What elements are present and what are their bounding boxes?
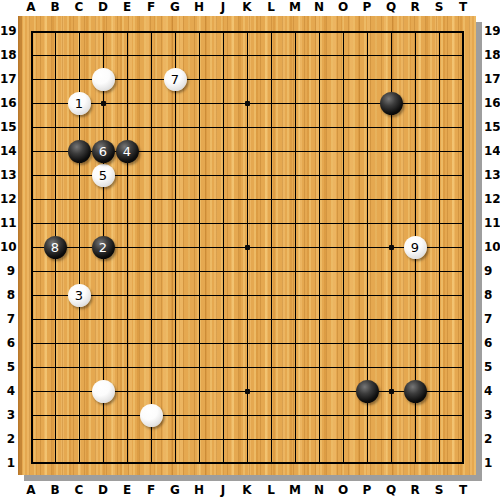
coordinate-label-B: B bbox=[43, 483, 67, 498]
coordinate-label-T: T bbox=[451, 0, 475, 15]
stone-black-D14: 6 bbox=[92, 140, 115, 163]
coordinate-label-2: 2 bbox=[0, 432, 15, 446]
coordinate-label-2: 2 bbox=[484, 432, 500, 446]
coordinate-label-D: D bbox=[91, 483, 115, 498]
coordinate-label-15: 15 bbox=[0, 120, 15, 134]
coordinate-label-C: C bbox=[67, 0, 91, 15]
coordinate-label-H: H bbox=[187, 483, 211, 498]
coordinate-label-6: 6 bbox=[0, 336, 15, 350]
stone-white-G17: 7 bbox=[164, 68, 187, 91]
coordinate-label-3: 3 bbox=[0, 408, 15, 422]
coordinate-label-7: 7 bbox=[484, 312, 500, 326]
coordinate-label-9: 9 bbox=[484, 264, 500, 278]
coordinate-label-F: F bbox=[139, 0, 163, 15]
coordinate-label-9: 9 bbox=[0, 264, 15, 278]
coordinate-label-E: E bbox=[115, 483, 139, 498]
coordinate-label-L: L bbox=[259, 483, 283, 498]
coordinate-label-19: 19 bbox=[484, 24, 500, 38]
coordinate-label-M: M bbox=[283, 0, 307, 15]
coordinate-label-1: 1 bbox=[484, 456, 500, 470]
coordinate-label-13: 13 bbox=[0, 168, 15, 182]
coordinate-label-11: 11 bbox=[484, 216, 500, 230]
move-number: 6 bbox=[99, 145, 107, 158]
stone-white-F3 bbox=[140, 404, 163, 427]
coordinate-label-N: N bbox=[307, 483, 331, 498]
move-number: 3 bbox=[75, 289, 83, 302]
coordinate-label-E: E bbox=[115, 0, 139, 15]
coordinate-label-G: G bbox=[163, 0, 187, 15]
coordinate-label-J: J bbox=[211, 0, 235, 15]
coordinate-label-G: G bbox=[163, 483, 187, 498]
coordinate-label-17: 17 bbox=[0, 72, 15, 86]
coordinate-label-14: 14 bbox=[484, 144, 500, 158]
stone-black-C14 bbox=[68, 140, 91, 163]
coordinate-label-J: J bbox=[211, 483, 235, 498]
stone-white-R10: 9 bbox=[404, 236, 427, 259]
coordinate-label-1: 1 bbox=[0, 456, 15, 470]
move-number: 8 bbox=[51, 241, 59, 254]
stone-black-Q16 bbox=[380, 92, 403, 115]
stone-white-D17 bbox=[92, 68, 115, 91]
coordinate-label-15: 15 bbox=[484, 120, 500, 134]
stone-black-R4 bbox=[404, 380, 427, 403]
coordinate-label-S: S bbox=[427, 0, 451, 15]
coordinate-label-B: B bbox=[43, 0, 67, 15]
coordinate-label-18: 18 bbox=[484, 48, 500, 62]
coordinate-label-17: 17 bbox=[484, 72, 500, 86]
coordinate-label-12: 12 bbox=[484, 192, 500, 206]
coordinate-label-10: 10 bbox=[0, 240, 15, 254]
stone-white-C16: 1 bbox=[68, 92, 91, 115]
coordinate-label-P: P bbox=[355, 0, 379, 15]
coordinate-label-P: P bbox=[355, 483, 379, 498]
coordinate-label-16: 16 bbox=[484, 96, 500, 110]
coordinate-label-13: 13 bbox=[484, 168, 500, 182]
go-board: 123456789 bbox=[18, 16, 476, 475]
coordinate-label-16: 16 bbox=[0, 96, 15, 110]
coordinate-label-19: 19 bbox=[0, 24, 15, 38]
coordinate-label-A: A bbox=[19, 0, 43, 15]
coordinate-label-6: 6 bbox=[484, 336, 500, 350]
stone-white-C8: 3 bbox=[68, 284, 91, 307]
coordinate-label-R: R bbox=[403, 0, 427, 15]
coordinate-label-R: R bbox=[403, 483, 427, 498]
coordinate-label-C: C bbox=[67, 483, 91, 498]
coordinate-label-N: N bbox=[307, 0, 331, 15]
move-number: 7 bbox=[171, 73, 179, 86]
coordinate-label-F: F bbox=[139, 483, 163, 498]
stone-black-E14: 4 bbox=[116, 140, 139, 163]
move-number: 4 bbox=[123, 145, 131, 158]
coordinate-label-14: 14 bbox=[0, 144, 15, 158]
coordinate-label-10: 10 bbox=[484, 240, 500, 254]
stone-black-B10: 8 bbox=[44, 236, 67, 259]
move-number: 9 bbox=[411, 241, 419, 254]
coordinate-label-5: 5 bbox=[0, 360, 15, 374]
stone-white-D4 bbox=[92, 380, 115, 403]
coordinate-label-5: 5 bbox=[484, 360, 500, 374]
coordinate-label-4: 4 bbox=[0, 384, 15, 398]
stones-layer: 123456789 bbox=[19, 19, 475, 475]
move-number: 5 bbox=[99, 169, 107, 182]
coordinate-label-S: S bbox=[427, 483, 451, 498]
stone-white-D13: 5 bbox=[92, 164, 115, 187]
coordinate-label-Q: Q bbox=[379, 483, 403, 498]
coordinate-label-8: 8 bbox=[484, 288, 500, 302]
coordinate-label-8: 8 bbox=[0, 288, 15, 302]
coordinate-label-L: L bbox=[259, 0, 283, 15]
coordinate-label-K: K bbox=[235, 483, 259, 498]
coordinate-label-A: A bbox=[19, 483, 43, 498]
coordinate-label-4: 4 bbox=[484, 384, 500, 398]
coordinate-label-O: O bbox=[331, 0, 355, 15]
coordinate-label-11: 11 bbox=[0, 216, 15, 230]
coordinate-label-H: H bbox=[187, 0, 211, 15]
coordinate-label-Q: Q bbox=[379, 0, 403, 15]
stone-black-D10: 2 bbox=[92, 236, 115, 259]
coordinate-label-M: M bbox=[283, 483, 307, 498]
coordinate-label-O: O bbox=[331, 483, 355, 498]
coordinate-label-T: T bbox=[451, 483, 475, 498]
move-number: 1 bbox=[75, 97, 83, 110]
coordinate-label-7: 7 bbox=[0, 312, 15, 326]
coordinate-label-3: 3 bbox=[484, 408, 500, 422]
move-number: 2 bbox=[99, 241, 107, 254]
stone-black-P4 bbox=[356, 380, 379, 403]
coordinate-label-D: D bbox=[91, 0, 115, 15]
coordinate-label-K: K bbox=[235, 0, 259, 15]
coordinate-label-12: 12 bbox=[0, 192, 15, 206]
coordinate-label-18: 18 bbox=[0, 48, 15, 62]
